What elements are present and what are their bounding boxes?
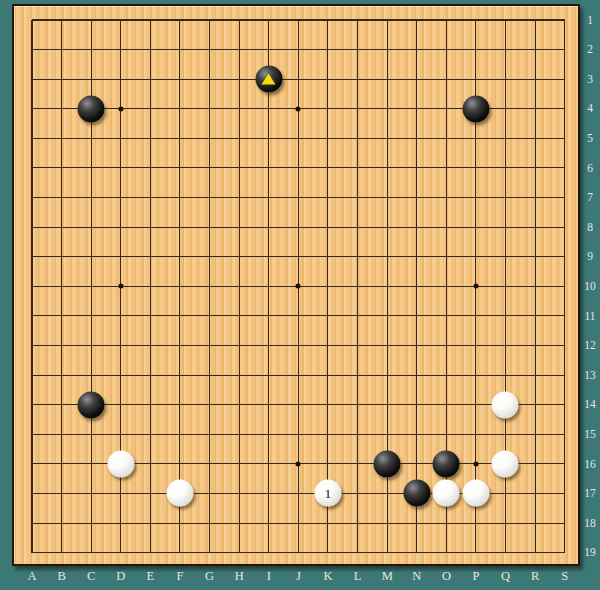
intersection-r16[interactable] xyxy=(520,449,550,479)
intersection-g6[interactable] xyxy=(195,153,225,183)
intersection-s15[interactable] xyxy=(550,420,580,450)
intersection-j4[interactable] xyxy=(284,94,314,124)
intersection-d17[interactable] xyxy=(106,479,136,509)
intersection-j1[interactable] xyxy=(284,5,314,35)
intersection-f4[interactable] xyxy=(165,94,195,124)
intersection-b3[interactable] xyxy=(47,64,77,94)
intersection-b2[interactable] xyxy=(47,35,77,65)
intersection-a17[interactable] xyxy=(17,479,47,509)
intersection-n4[interactable] xyxy=(402,94,432,124)
intersection-p5[interactable] xyxy=(461,124,491,154)
intersection-k3[interactable] xyxy=(313,64,343,94)
intersection-e15[interactable] xyxy=(136,420,166,450)
stone-black-c4[interactable] xyxy=(78,95,105,122)
intersection-l12[interactable] xyxy=(343,331,373,361)
intersection-k4[interactable] xyxy=(313,94,343,124)
intersection-m6[interactable] xyxy=(372,153,402,183)
stone-white-k17[interactable]: 1 xyxy=(314,480,341,507)
intersection-r6[interactable] xyxy=(520,153,550,183)
intersection-a13[interactable] xyxy=(17,360,47,390)
intersection-k18[interactable] xyxy=(313,508,343,538)
stone-black-c14[interactable] xyxy=(78,391,105,418)
intersection-p9[interactable] xyxy=(461,242,491,272)
intersection-d16[interactable] xyxy=(106,449,136,479)
intersection-r5[interactable] xyxy=(520,124,550,154)
intersection-s4[interactable] xyxy=(550,94,580,124)
intersection-a19[interactable] xyxy=(17,538,47,568)
intersection-m14[interactable] xyxy=(372,390,402,420)
intersection-h16[interactable] xyxy=(224,449,254,479)
intersection-c1[interactable] xyxy=(76,5,106,35)
intersection-o6[interactable] xyxy=(432,153,462,183)
intersection-m13[interactable] xyxy=(372,360,402,390)
intersection-c2[interactable] xyxy=(76,35,106,65)
intersection-b9[interactable] xyxy=(47,242,77,272)
intersection-n17[interactable] xyxy=(402,479,432,509)
intersection-f11[interactable] xyxy=(165,301,195,331)
intersection-n2[interactable] xyxy=(402,35,432,65)
intersection-r10[interactable] xyxy=(520,272,550,302)
intersection-i13[interactable] xyxy=(254,360,284,390)
intersection-p19[interactable] xyxy=(461,538,491,568)
intersection-n12[interactable] xyxy=(402,331,432,361)
intersection-m19[interactable] xyxy=(372,538,402,568)
intersection-g13[interactable] xyxy=(195,360,225,390)
intersection-k16[interactable] xyxy=(313,449,343,479)
intersection-f14[interactable] xyxy=(165,390,195,420)
intersection-n16[interactable] xyxy=(402,449,432,479)
intersection-i17[interactable] xyxy=(254,479,284,509)
intersection-q11[interactable] xyxy=(491,301,521,331)
intersection-b5[interactable] xyxy=(47,124,77,154)
intersection-j19[interactable] xyxy=(284,538,314,568)
stone-black-n17[interactable] xyxy=(403,480,430,507)
intersection-r12[interactable] xyxy=(520,331,550,361)
intersection-g15[interactable] xyxy=(195,420,225,450)
intersection-l16[interactable] xyxy=(343,449,373,479)
intersection-q13[interactable] xyxy=(491,360,521,390)
intersection-m12[interactable] xyxy=(372,331,402,361)
intersection-l3[interactable] xyxy=(343,64,373,94)
intersection-m18[interactable] xyxy=(372,508,402,538)
intersection-k19[interactable] xyxy=(313,538,343,568)
intersection-r8[interactable] xyxy=(520,212,550,242)
intersection-j3[interactable] xyxy=(284,64,314,94)
intersection-p17[interactable] xyxy=(461,479,491,509)
intersection-a10[interactable] xyxy=(17,272,47,302)
intersection-l1[interactable] xyxy=(343,5,373,35)
intersection-h3[interactable] xyxy=(224,64,254,94)
intersection-o4[interactable] xyxy=(432,94,462,124)
intersection-k13[interactable] xyxy=(313,360,343,390)
intersection-j9[interactable] xyxy=(284,242,314,272)
intersection-i15[interactable] xyxy=(254,420,284,450)
intersection-e19[interactable] xyxy=(136,538,166,568)
intersection-b14[interactable] xyxy=(47,390,77,420)
intersection-q7[interactable] xyxy=(491,183,521,213)
intersection-f5[interactable] xyxy=(165,124,195,154)
intersection-g19[interactable] xyxy=(195,538,225,568)
intersection-o16[interactable] xyxy=(432,449,462,479)
intersection-i19[interactable] xyxy=(254,538,284,568)
intersection-j7[interactable] xyxy=(284,183,314,213)
intersection-m3[interactable] xyxy=(372,64,402,94)
intersection-b19[interactable] xyxy=(47,538,77,568)
intersection-k12[interactable] xyxy=(313,331,343,361)
intersection-r4[interactable] xyxy=(520,94,550,124)
intersection-p10[interactable] xyxy=(461,272,491,302)
intersection-j14[interactable] xyxy=(284,390,314,420)
intersection-j6[interactable] xyxy=(284,153,314,183)
intersection-m11[interactable] xyxy=(372,301,402,331)
intersection-m1[interactable] xyxy=(372,5,402,35)
intersection-q12[interactable] xyxy=(491,331,521,361)
stone-white-f17[interactable] xyxy=(166,480,193,507)
intersection-d7[interactable] xyxy=(106,183,136,213)
intersection-l14[interactable] xyxy=(343,390,373,420)
stone-black-o16[interactable] xyxy=(433,450,460,477)
intersection-g4[interactable] xyxy=(195,94,225,124)
intersection-g3[interactable] xyxy=(195,64,225,94)
intersection-b7[interactable] xyxy=(47,183,77,213)
intersection-j12[interactable] xyxy=(284,331,314,361)
intersection-p6[interactable] xyxy=(461,153,491,183)
intersection-a11[interactable] xyxy=(17,301,47,331)
intersection-k5[interactable] xyxy=(313,124,343,154)
intersection-c7[interactable] xyxy=(76,183,106,213)
intersection-n11[interactable] xyxy=(402,301,432,331)
stone-white-q16[interactable] xyxy=(492,450,519,477)
intersection-d15[interactable] xyxy=(106,420,136,450)
intersection-a18[interactable] xyxy=(17,508,47,538)
intersection-k14[interactable] xyxy=(313,390,343,420)
intersection-o3[interactable] xyxy=(432,64,462,94)
intersection-i11[interactable] xyxy=(254,301,284,331)
intersection-f3[interactable] xyxy=(165,64,195,94)
stone-white-p17[interactable] xyxy=(462,480,489,507)
intersection-e14[interactable] xyxy=(136,390,166,420)
intersection-g7[interactable] xyxy=(195,183,225,213)
intersection-e4[interactable] xyxy=(136,94,166,124)
intersection-h8[interactable] xyxy=(224,212,254,242)
intersection-q17[interactable] xyxy=(491,479,521,509)
intersection-j16[interactable] xyxy=(284,449,314,479)
intersection-l19[interactable] xyxy=(343,538,373,568)
intersection-f17[interactable] xyxy=(165,479,195,509)
intersection-e12[interactable] xyxy=(136,331,166,361)
intersection-n18[interactable] xyxy=(402,508,432,538)
intersection-i4[interactable] xyxy=(254,94,284,124)
intersection-b6[interactable] xyxy=(47,153,77,183)
intersection-q6[interactable] xyxy=(491,153,521,183)
intersection-j5[interactable] xyxy=(284,124,314,154)
intersection-e6[interactable] xyxy=(136,153,166,183)
intersection-o14[interactable] xyxy=(432,390,462,420)
intersection-p3[interactable] xyxy=(461,64,491,94)
intersection-j15[interactable] xyxy=(284,420,314,450)
intersection-s7[interactable] xyxy=(550,183,580,213)
stone-black-m16[interactable] xyxy=(374,450,401,477)
intersection-n19[interactable] xyxy=(402,538,432,568)
intersection-l17[interactable] xyxy=(343,479,373,509)
intersection-h5[interactable] xyxy=(224,124,254,154)
intersection-f16[interactable] xyxy=(165,449,195,479)
intersection-s9[interactable] xyxy=(550,242,580,272)
intersection-h14[interactable] xyxy=(224,390,254,420)
intersection-h18[interactable] xyxy=(224,508,254,538)
intersection-a14[interactable] xyxy=(17,390,47,420)
intersection-b12[interactable] xyxy=(47,331,77,361)
intersection-l8[interactable] xyxy=(343,212,373,242)
intersection-a4[interactable] xyxy=(17,94,47,124)
intersection-a6[interactable] xyxy=(17,153,47,183)
intersection-l15[interactable] xyxy=(343,420,373,450)
intersection-f12[interactable] xyxy=(165,331,195,361)
intersection-p7[interactable] xyxy=(461,183,491,213)
intersection-p15[interactable] xyxy=(461,420,491,450)
intersection-h11[interactable] xyxy=(224,301,254,331)
intersection-p2[interactable] xyxy=(461,35,491,65)
intersection-s11[interactable] xyxy=(550,301,580,331)
intersection-o9[interactable] xyxy=(432,242,462,272)
intersection-l9[interactable] xyxy=(343,242,373,272)
intersection-r7[interactable] xyxy=(520,183,550,213)
intersection-h1[interactable] xyxy=(224,5,254,35)
intersection-h2[interactable] xyxy=(224,35,254,65)
intersection-h9[interactable] xyxy=(224,242,254,272)
intersection-d1[interactable] xyxy=(106,5,136,35)
intersection-n14[interactable] xyxy=(402,390,432,420)
intersection-n5[interactable] xyxy=(402,124,432,154)
intersection-n9[interactable] xyxy=(402,242,432,272)
intersection-o2[interactable] xyxy=(432,35,462,65)
intersection-i5[interactable] xyxy=(254,124,284,154)
intersection-l2[interactable] xyxy=(343,35,373,65)
intersection-l4[interactable] xyxy=(343,94,373,124)
intersection-a3[interactable] xyxy=(17,64,47,94)
intersection-k6[interactable] xyxy=(313,153,343,183)
intersection-i14[interactable] xyxy=(254,390,284,420)
intersection-i18[interactable] xyxy=(254,508,284,538)
intersection-f9[interactable] xyxy=(165,242,195,272)
intersection-d3[interactable] xyxy=(106,64,136,94)
stone-white-d16[interactable] xyxy=(107,450,134,477)
intersection-c19[interactable] xyxy=(76,538,106,568)
intersection-e3[interactable] xyxy=(136,64,166,94)
intersection-b16[interactable] xyxy=(47,449,77,479)
intersection-h7[interactable] xyxy=(224,183,254,213)
intersection-r18[interactable] xyxy=(520,508,550,538)
intersection-s3[interactable] xyxy=(550,64,580,94)
intersection-h19[interactable] xyxy=(224,538,254,568)
intersection-a2[interactable] xyxy=(17,35,47,65)
intersection-b1[interactable] xyxy=(47,5,77,35)
intersection-s1[interactable] xyxy=(550,5,580,35)
intersection-a8[interactable] xyxy=(17,212,47,242)
intersection-l11[interactable] xyxy=(343,301,373,331)
intersection-f2[interactable] xyxy=(165,35,195,65)
intersection-a9[interactable] xyxy=(17,242,47,272)
intersection-f13[interactable] xyxy=(165,360,195,390)
intersection-r14[interactable] xyxy=(520,390,550,420)
intersection-c9[interactable] xyxy=(76,242,106,272)
intersection-n15[interactable] xyxy=(402,420,432,450)
intersection-p14[interactable] xyxy=(461,390,491,420)
intersection-b10[interactable] xyxy=(47,272,77,302)
intersection-h10[interactable] xyxy=(224,272,254,302)
intersection-k7[interactable] xyxy=(313,183,343,213)
intersection-g18[interactable] xyxy=(195,508,225,538)
intersection-s16[interactable] xyxy=(550,449,580,479)
intersection-m10[interactable] xyxy=(372,272,402,302)
intersection-f18[interactable] xyxy=(165,508,195,538)
intersection-p8[interactable] xyxy=(461,212,491,242)
intersection-o17[interactable] xyxy=(432,479,462,509)
intersection-q3[interactable] xyxy=(491,64,521,94)
intersection-a7[interactable] xyxy=(17,183,47,213)
intersection-e16[interactable] xyxy=(136,449,166,479)
intersection-d5[interactable] xyxy=(106,124,136,154)
intersection-s6[interactable] xyxy=(550,153,580,183)
intersection-o10[interactable] xyxy=(432,272,462,302)
stone-black-i3[interactable] xyxy=(255,66,282,93)
intersection-c5[interactable] xyxy=(76,124,106,154)
intersection-a16[interactable] xyxy=(17,449,47,479)
intersection-l5[interactable] xyxy=(343,124,373,154)
intersection-r3[interactable] xyxy=(520,64,550,94)
intersection-g16[interactable] xyxy=(195,449,225,479)
intersection-i1[interactable] xyxy=(254,5,284,35)
intersection-d18[interactable] xyxy=(106,508,136,538)
intersection-e17[interactable] xyxy=(136,479,166,509)
intersection-i3[interactable] xyxy=(254,64,284,94)
intersection-m4[interactable] xyxy=(372,94,402,124)
intersection-d12[interactable] xyxy=(106,331,136,361)
intersection-i12[interactable] xyxy=(254,331,284,361)
intersection-i9[interactable] xyxy=(254,242,284,272)
intersection-g2[interactable] xyxy=(195,35,225,65)
intersection-m15[interactable] xyxy=(372,420,402,450)
intersection-j8[interactable] xyxy=(284,212,314,242)
intersection-g9[interactable] xyxy=(195,242,225,272)
intersection-p11[interactable] xyxy=(461,301,491,331)
intersection-i6[interactable] xyxy=(254,153,284,183)
intersection-q10[interactable] xyxy=(491,272,521,302)
intersection-i7[interactable] xyxy=(254,183,284,213)
intersection-h12[interactable] xyxy=(224,331,254,361)
intersection-d6[interactable] xyxy=(106,153,136,183)
intersection-a12[interactable] xyxy=(17,331,47,361)
intersection-c6[interactable] xyxy=(76,153,106,183)
intersection-q19[interactable] xyxy=(491,538,521,568)
intersection-o13[interactable] xyxy=(432,360,462,390)
intersection-f19[interactable] xyxy=(165,538,195,568)
intersection-g14[interactable] xyxy=(195,390,225,420)
intersection-n6[interactable] xyxy=(402,153,432,183)
intersection-b13[interactable] xyxy=(47,360,77,390)
stone-black-p4[interactable] xyxy=(462,95,489,122)
intersection-e9[interactable] xyxy=(136,242,166,272)
intersection-i8[interactable] xyxy=(254,212,284,242)
intersection-h13[interactable] xyxy=(224,360,254,390)
intersection-d4[interactable] xyxy=(106,94,136,124)
intersection-b4[interactable] xyxy=(47,94,77,124)
intersection-q9[interactable] xyxy=(491,242,521,272)
intersection-n3[interactable] xyxy=(402,64,432,94)
intersection-e18[interactable] xyxy=(136,508,166,538)
intersection-o1[interactable] xyxy=(432,5,462,35)
intersection-p13[interactable] xyxy=(461,360,491,390)
intersection-k2[interactable] xyxy=(313,35,343,65)
intersection-m5[interactable] xyxy=(372,124,402,154)
intersection-k10[interactable] xyxy=(313,272,343,302)
intersection-n13[interactable] xyxy=(402,360,432,390)
intersection-m9[interactable] xyxy=(372,242,402,272)
intersection-o19[interactable] xyxy=(432,538,462,568)
intersection-f1[interactable] xyxy=(165,5,195,35)
intersection-q16[interactable] xyxy=(491,449,521,479)
intersection-r1[interactable] xyxy=(520,5,550,35)
intersection-o11[interactable] xyxy=(432,301,462,331)
intersection-o18[interactable] xyxy=(432,508,462,538)
intersection-k8[interactable] xyxy=(313,212,343,242)
intersection-g1[interactable] xyxy=(195,5,225,35)
intersection-o15[interactable] xyxy=(432,420,462,450)
intersection-c10[interactable] xyxy=(76,272,106,302)
intersection-o7[interactable] xyxy=(432,183,462,213)
intersection-q1[interactable] xyxy=(491,5,521,35)
intersection-h15[interactable] xyxy=(224,420,254,450)
intersection-k11[interactable] xyxy=(313,301,343,331)
intersection-g10[interactable] xyxy=(195,272,225,302)
intersection-s14[interactable] xyxy=(550,390,580,420)
intersection-d8[interactable] xyxy=(106,212,136,242)
intersection-e10[interactable] xyxy=(136,272,166,302)
intersection-c12[interactable] xyxy=(76,331,106,361)
intersection-g11[interactable] xyxy=(195,301,225,331)
intersection-p1[interactable] xyxy=(461,5,491,35)
intersection-r19[interactable] xyxy=(520,538,550,568)
intersection-c11[interactable] xyxy=(76,301,106,331)
intersection-j10[interactable] xyxy=(284,272,314,302)
intersection-r9[interactable] xyxy=(520,242,550,272)
intersection-s18[interactable] xyxy=(550,508,580,538)
intersection-m8[interactable] xyxy=(372,212,402,242)
intersection-c17[interactable] xyxy=(76,479,106,509)
intersection-e13[interactable] xyxy=(136,360,166,390)
intersection-d13[interactable] xyxy=(106,360,136,390)
intersection-r15[interactable] xyxy=(520,420,550,450)
intersection-g8[interactable] xyxy=(195,212,225,242)
intersection-j18[interactable] xyxy=(284,508,314,538)
intersection-h17[interactable] xyxy=(224,479,254,509)
intersection-q2[interactable] xyxy=(491,35,521,65)
intersection-q4[interactable] xyxy=(491,94,521,124)
intersection-k9[interactable] xyxy=(313,242,343,272)
intersection-c13[interactable] xyxy=(76,360,106,390)
intersection-n8[interactable] xyxy=(402,212,432,242)
stone-white-o17[interactable] xyxy=(433,480,460,507)
intersection-a1[interactable] xyxy=(17,5,47,35)
intersection-s5[interactable] xyxy=(550,124,580,154)
intersection-b18[interactable] xyxy=(47,508,77,538)
intersection-m2[interactable] xyxy=(372,35,402,65)
intersection-p12[interactable] xyxy=(461,331,491,361)
intersection-m7[interactable] xyxy=(372,183,402,213)
intersection-p18[interactable] xyxy=(461,508,491,538)
intersection-j13[interactable] xyxy=(284,360,314,390)
intersection-l18[interactable] xyxy=(343,508,373,538)
